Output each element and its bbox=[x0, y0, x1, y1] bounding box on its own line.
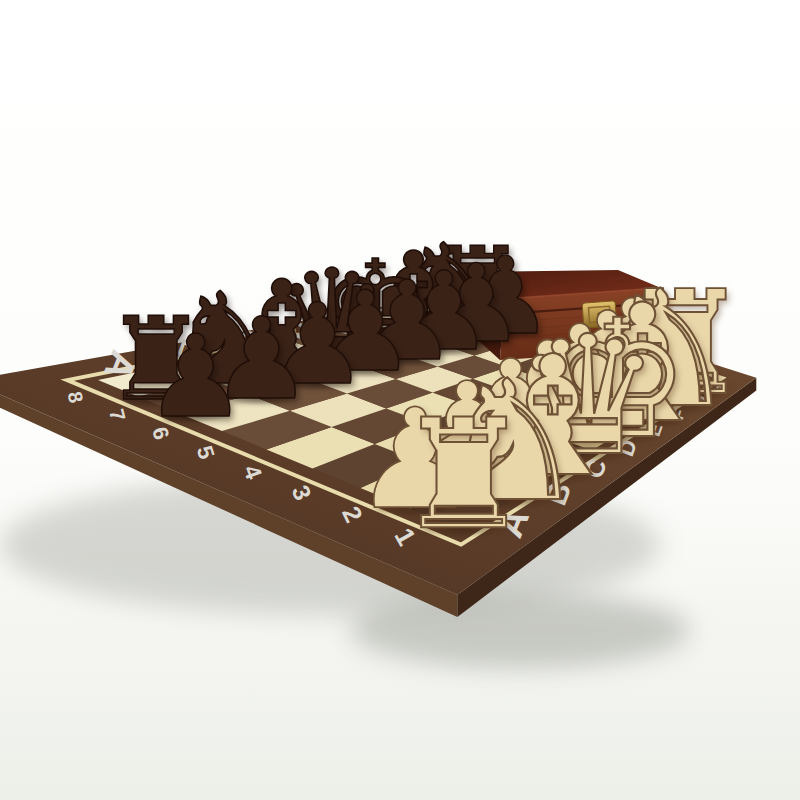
piece-black-pawn-a7[interactable]: ♟ bbox=[139, 320, 253, 434]
piece-white-rook-a1[interactable]: ♜ bbox=[388, 400, 539, 551]
pieces-layer: ♜♞♟♝♟♚♟♛♟♝♟♟♞♟♜♟♟♜♞♟♟♝♟♚♟♛♟♝♟♞♟♜ bbox=[0, 0, 800, 800]
photo-scene: 12345678ABCDEFGHABCDEFGH12345678 ♜♞♟♝♟♚♟… bbox=[0, 0, 800, 800]
